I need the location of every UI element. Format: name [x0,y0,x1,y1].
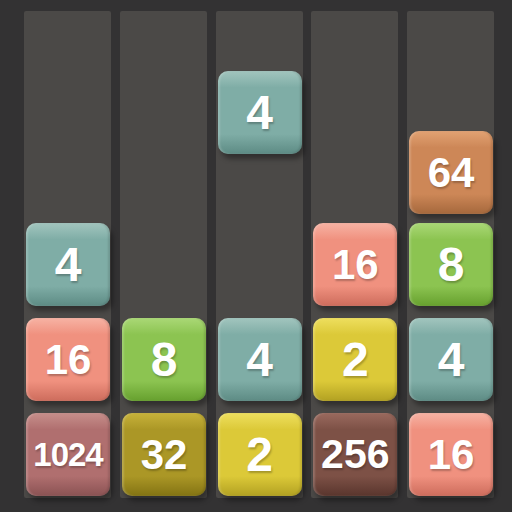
game-board: 4161024832442162256648416 [0,0,512,512]
tile-16: 16 [313,223,397,306]
falling-tile-4[interactable]: 4 [218,71,302,154]
tile-4: 4 [409,318,493,401]
tile-2: 2 [313,318,397,401]
tile-4: 4 [26,223,110,306]
tile-256: 256 [313,413,397,496]
tile-16: 16 [409,413,493,496]
tile-16: 16 [26,318,110,401]
tile-32: 32 [122,413,206,496]
tile-4: 4 [218,318,302,401]
tile-64: 64 [409,131,493,214]
tile-1024: 1024 [26,413,110,496]
tile-8: 8 [409,223,493,306]
tile-8: 8 [122,318,206,401]
tile-2: 2 [218,413,302,496]
